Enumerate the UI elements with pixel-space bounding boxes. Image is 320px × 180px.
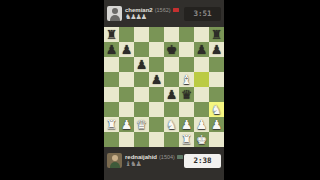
- top-player-clock: 3:51: [184, 7, 221, 21]
- square-e3[interactable]: [164, 102, 179, 117]
- square-g4[interactable]: [194, 87, 209, 102]
- square-g3[interactable]: [194, 102, 209, 117]
- piece-black-pawn[interactable]: ♟: [134, 57, 149, 72]
- piece-white-pawn[interactable]: ♟: [194, 117, 209, 132]
- square-h6[interactable]: [209, 57, 224, 72]
- bottom-player-captured-pieces: ♝♞♟: [125, 160, 184, 168]
- top-player-name: chemian2: [125, 7, 153, 13]
- bottom-player-name: rednaijahid: [125, 154, 157, 160]
- square-b4[interactable]: [119, 87, 134, 102]
- square-d7[interactable]: [149, 42, 164, 57]
- square-h2[interactable]: ♟: [209, 117, 224, 132]
- square-h4[interactable]: [209, 87, 224, 102]
- piece-white-pawn[interactable]: ♟: [119, 117, 134, 132]
- square-c7[interactable]: [134, 42, 149, 57]
- square-a2[interactable]: ♜: [104, 117, 119, 132]
- square-f2[interactable]: ♟: [179, 117, 194, 132]
- square-d2[interactable]: [149, 117, 164, 132]
- piece-white-knight[interactable]: ♞: [164, 117, 179, 132]
- square-c1[interactable]: [134, 132, 149, 147]
- square-b8[interactable]: [119, 27, 134, 42]
- piece-white-king[interactable]: ♚: [194, 132, 209, 147]
- square-a7[interactable]: ♟: [104, 42, 119, 57]
- piece-black-pawn[interactable]: ♟: [209, 42, 224, 57]
- piece-white-rook[interactable]: ♜: [104, 117, 119, 132]
- square-f5[interactable]: ♝: [179, 72, 194, 87]
- square-a1[interactable]: [104, 132, 119, 147]
- square-f1[interactable]: ♜: [179, 132, 194, 147]
- square-d1[interactable]: [149, 132, 164, 147]
- bottom-player-bar: rednaijahid (1504) ♝♞♟ 2:38: [104, 147, 224, 174]
- piece-white-rook[interactable]: ♜: [179, 132, 194, 147]
- square-h8[interactable]: ♜: [209, 27, 224, 42]
- chess-board[interactable]: ♜♜♟♟♚♟♟♟♟♝♟♛♞♜♟♛♞♟♟♟♜♚: [104, 27, 224, 147]
- piece-black-pawn[interactable]: ♟: [194, 42, 209, 57]
- square-h7[interactable]: ♟: [209, 42, 224, 57]
- square-e1[interactable]: [164, 132, 179, 147]
- top-player-avatar[interactable]: [107, 6, 122, 21]
- square-f4[interactable]: ♛: [179, 87, 194, 102]
- square-f8[interactable]: [179, 27, 194, 42]
- square-g1[interactable]: ♚: [194, 132, 209, 147]
- square-b3[interactable]: [119, 102, 134, 117]
- square-a8[interactable]: ♜: [104, 27, 119, 42]
- square-g8[interactable]: [194, 27, 209, 42]
- square-d8[interactable]: [149, 27, 164, 42]
- piece-white-pawn[interactable]: ♟: [179, 117, 194, 132]
- square-f3[interactable]: [179, 102, 194, 117]
- piece-black-pawn[interactable]: ♟: [149, 72, 164, 87]
- square-a6[interactable]: [104, 57, 119, 72]
- top-player-captured-pieces: ♞♟♟♟: [125, 13, 184, 21]
- piece-white-knight[interactable]: ♞: [209, 102, 224, 117]
- piece-white-pawn[interactable]: ♟: [209, 117, 224, 132]
- square-a4[interactable]: [104, 87, 119, 102]
- square-d3[interactable]: [149, 102, 164, 117]
- square-b6[interactable]: [119, 57, 134, 72]
- top-player-flag-icon: [173, 8, 179, 12]
- piece-black-pawn[interactable]: ♟: [104, 42, 119, 57]
- square-b2[interactable]: ♟: [119, 117, 134, 132]
- square-e5[interactable]: [164, 72, 179, 87]
- square-b1[interactable]: [119, 132, 134, 147]
- square-c8[interactable]: [134, 27, 149, 42]
- bottom-player-info: rednaijahid (1504) ♝♞♟: [125, 154, 184, 168]
- square-e2[interactable]: ♞: [164, 117, 179, 132]
- piece-black-queen[interactable]: ♛: [179, 87, 194, 102]
- piece-black-pawn[interactable]: ♟: [119, 42, 134, 57]
- square-c5[interactable]: [134, 72, 149, 87]
- square-g6[interactable]: [194, 57, 209, 72]
- square-d4[interactable]: [149, 87, 164, 102]
- square-h5[interactable]: [209, 72, 224, 87]
- square-e6[interactable]: [164, 57, 179, 72]
- square-d6[interactable]: [149, 57, 164, 72]
- piece-black-king[interactable]: ♚: [164, 42, 179, 57]
- phone-screen: chemian2 (1562) ♞♟♟♟ 3:51 ♜♜♟♟♚♟♟♟♟♝♟♛♞♜…: [104, 0, 224, 180]
- top-player-bar: chemian2 (1562) ♞♟♟♟ 3:51: [104, 0, 224, 27]
- top-player-rating: (1562): [155, 7, 171, 13]
- square-h3[interactable]: ♞: [209, 102, 224, 117]
- bottom-spacer: [104, 174, 224, 180]
- square-e4[interactable]: ♟: [164, 87, 179, 102]
- piece-black-rook[interactable]: ♜: [104, 27, 119, 42]
- square-b5[interactable]: [119, 72, 134, 87]
- piece-white-queen[interactable]: ♛: [134, 117, 149, 132]
- piece-black-pawn[interactable]: ♟: [164, 87, 179, 102]
- piece-white-bishop[interactable]: ♝: [179, 72, 194, 87]
- bottom-player-flag-icon: [177, 155, 183, 159]
- square-g2[interactable]: ♟: [194, 117, 209, 132]
- square-c3[interactable]: [134, 102, 149, 117]
- square-g7[interactable]: ♟: [194, 42, 209, 57]
- square-a5[interactable]: [104, 72, 119, 87]
- square-e7[interactable]: ♚: [164, 42, 179, 57]
- square-e8[interactable]: [164, 27, 179, 42]
- square-a3[interactable]: [104, 102, 119, 117]
- square-c4[interactable]: [134, 87, 149, 102]
- bottom-player-rating: (1504): [159, 154, 175, 160]
- top-player-info: chemian2 (1562) ♞♟♟♟: [125, 7, 184, 21]
- square-c6[interactable]: ♟: [134, 57, 149, 72]
- square-g5[interactable]: [194, 72, 209, 87]
- bottom-player-avatar[interactable]: [107, 153, 122, 168]
- square-f6[interactable]: [179, 57, 194, 72]
- square-c2[interactable]: ♛: [134, 117, 149, 132]
- bottom-player-clock: 2:38: [184, 154, 221, 168]
- square-b7[interactable]: ♟: [119, 42, 134, 57]
- piece-black-rook[interactable]: ♜: [209, 27, 224, 42]
- square-h1[interactable]: [209, 132, 224, 147]
- square-f7[interactable]: [179, 42, 194, 57]
- square-d5[interactable]: ♟: [149, 72, 164, 87]
